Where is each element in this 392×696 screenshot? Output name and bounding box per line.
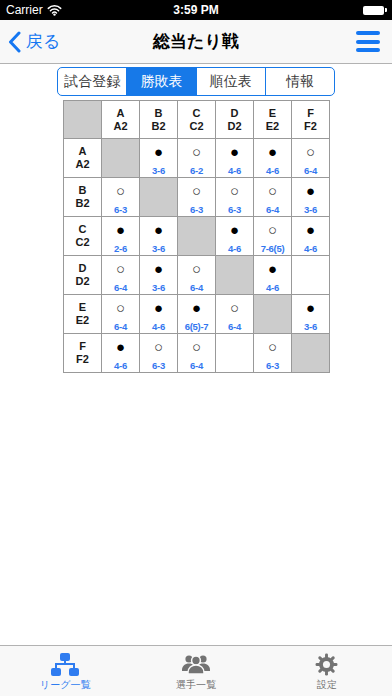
match-score: 6(5)-7 [178, 321, 215, 332]
cell-D-D-diagonal [216, 256, 254, 295]
row-header-A: AA2 [64, 139, 102, 178]
cell-F-F-diagonal [292, 334, 330, 373]
match-score: 4-6 [254, 165, 291, 176]
match-score: 6-4 [102, 321, 139, 332]
win-circle-icon: ○ [254, 338, 291, 355]
cell-A-D[interactable]: ●4-6 [216, 139, 254, 178]
loss-circle-icon: ● [102, 221, 139, 238]
win-circle-icon: ○ [178, 182, 215, 199]
win-circle-icon: ○ [178, 338, 215, 355]
back-button-label: 戻る [26, 30, 60, 53]
cell-B-E[interactable]: ○6-4 [254, 178, 292, 217]
cell-D-F-unplayed[interactable] [292, 256, 330, 295]
win-circle-icon: ○ [102, 260, 139, 277]
loss-circle-icon: ● [140, 221, 177, 238]
match-score: 6-3 [102, 204, 139, 215]
cell-C-A[interactable]: ●2-6 [102, 217, 140, 256]
segment-tab-2[interactable]: 勝敗表 [126, 68, 195, 95]
win-circle-icon: ○ [254, 221, 291, 238]
cell-D-A[interactable]: ○6-4 [102, 256, 140, 295]
tab-bar: リーグ一覧 選手一覧 [0, 645, 392, 696]
cell-A-F[interactable]: ○6-4 [292, 139, 330, 178]
match-score: 6-4 [102, 282, 139, 293]
col-header-B: BB2 [140, 101, 178, 139]
win-circle-icon: ○ [216, 182, 253, 199]
cell-D-E[interactable]: ●4-6 [254, 256, 292, 295]
match-score: 3-6 [292, 204, 329, 215]
league-list-icon [51, 651, 79, 677]
cell-C-E[interactable]: ○7-6(5) [254, 217, 292, 256]
match-score: 3-6 [140, 243, 177, 254]
win-circle-icon: ○ [254, 182, 291, 199]
loss-circle-icon: ● [178, 299, 215, 316]
back-button[interactable]: 戻る [8, 20, 60, 63]
row-header-E: EE2 [64, 295, 102, 334]
cell-B-F[interactable]: ●3-6 [292, 178, 330, 217]
row-header-F: FF2 [64, 334, 102, 373]
cell-E-D[interactable]: ○6-4 [216, 295, 254, 334]
col-header-F: FF2 [292, 101, 330, 139]
segment-tab-3[interactable]: 順位表 [196, 68, 265, 95]
cell-C-F[interactable]: ●4-6 [292, 217, 330, 256]
cell-F-A[interactable]: ●4-6 [102, 334, 140, 373]
match-score: 2-6 [102, 243, 139, 254]
match-score: 4-6 [102, 360, 139, 371]
cell-E-B[interactable]: ●4-6 [140, 295, 178, 334]
match-score: 6-4 [292, 165, 329, 176]
battery-icon [363, 0, 387, 20]
cell-B-D[interactable]: ○6-3 [216, 178, 254, 217]
loss-circle-icon: ● [140, 260, 177, 277]
col-header-D: DD2 [216, 101, 254, 139]
match-score: 7-6(5) [254, 243, 291, 254]
segment-tab-4[interactable]: 情報 [265, 68, 334, 95]
status-bar: Carrier 3:59 PM [0, 0, 392, 20]
match-score: 6-3 [216, 204, 253, 215]
cell-C-D[interactable]: ●4-6 [216, 217, 254, 256]
loss-circle-icon: ● [140, 299, 177, 316]
loss-circle-icon: ● [254, 143, 291, 160]
match-score: 4-6 [216, 243, 253, 254]
cell-E-E-diagonal [254, 295, 292, 334]
loss-circle-icon: ● [292, 221, 329, 238]
col-header-C: CC2 [178, 101, 216, 139]
row-header-D: DD2 [64, 256, 102, 295]
cell-F-B[interactable]: ○6-3 [140, 334, 178, 373]
match-score: 4-6 [254, 282, 291, 293]
match-score: 6-3 [140, 360, 177, 371]
row-header-B: BB2 [64, 178, 102, 217]
win-circle-icon: ○ [178, 143, 215, 160]
tab-label: リーグ一覧 [40, 678, 90, 692]
app-screen: Carrier 3:59 PM 総当たり戦 戻る [0, 0, 392, 696]
win-circle-icon: ○ [102, 182, 139, 199]
loss-circle-icon: ● [216, 143, 253, 160]
cell-A-C[interactable]: ○6-2 [178, 139, 216, 178]
cell-C-B[interactable]: ●3-6 [140, 217, 178, 256]
loss-circle-icon: ● [140, 143, 177, 160]
match-score: 6-4 [254, 204, 291, 215]
tab-label: 設定 [317, 678, 337, 692]
win-circle-icon: ○ [178, 260, 215, 277]
match-score: 6-4 [216, 321, 253, 332]
col-header-A: AA2 [102, 101, 140, 139]
hamburger-menu-icon[interactable] [356, 31, 380, 52]
cell-A-E[interactable]: ●4-6 [254, 139, 292, 178]
tab-player-list[interactable]: 選手一覧 [131, 646, 262, 696]
cell-F-D-unplayed[interactable] [216, 334, 254, 373]
match-score: 6-3 [254, 360, 291, 371]
cell-E-F[interactable]: ●3-6 [292, 295, 330, 334]
match-score: 4-6 [140, 321, 177, 332]
players-icon [180, 651, 212, 677]
segment-tab-1[interactable]: 試合登録 [58, 68, 126, 95]
match-score: 6-2 [178, 165, 215, 176]
clock: 3:59 PM [0, 3, 392, 17]
cell-A-A-diagonal [102, 139, 140, 178]
cell-C-C-diagonal [178, 217, 216, 256]
match-score: 4-6 [216, 165, 253, 176]
win-circle-icon: ○ [140, 338, 177, 355]
chevron-left-icon [8, 31, 21, 53]
match-score: 3-6 [292, 321, 329, 332]
win-loss-table: AA2BB2CC2DD2EE2FF2AA2●3-6○6-2●4-6●4-6○6-… [63, 100, 330, 373]
match-score: 6-3 [178, 204, 215, 215]
cell-F-C[interactable]: ○6-4 [178, 334, 216, 373]
cell-D-C[interactable]: ○6-4 [178, 256, 216, 295]
cell-F-E[interactable]: ○6-3 [254, 334, 292, 373]
match-score: 3-6 [140, 165, 177, 176]
cell-B-B-diagonal [140, 178, 178, 217]
loss-circle-icon: ● [254, 260, 291, 277]
cell-B-C[interactable]: ○6-3 [178, 178, 216, 217]
cell-E-C[interactable]: ●6(5)-7 [178, 295, 216, 334]
table-corner-cell [64, 101, 102, 139]
loss-circle-icon: ● [216, 221, 253, 238]
segmented-control: 試合登録勝敗表順位表情報 [57, 67, 335, 96]
tab-league-list[interactable]: リーグ一覧 [0, 646, 131, 696]
win-circle-icon: ○ [216, 299, 253, 316]
match-score: 4-6 [292, 243, 329, 254]
cell-D-B[interactable]: ●3-6 [140, 256, 178, 295]
gear-icon [314, 651, 339, 677]
loss-circle-icon: ● [102, 338, 139, 355]
cell-E-A[interactable]: ○6-4 [102, 295, 140, 334]
row-header-C: CC2 [64, 217, 102, 256]
loss-circle-icon: ● [292, 182, 329, 199]
cell-A-B[interactable]: ●3-6 [140, 139, 178, 178]
win-circle-icon: ○ [102, 299, 139, 316]
nav-bar: 総当たり戦 戻る [0, 20, 392, 64]
win-circle-icon: ○ [292, 143, 329, 160]
tab-settings[interactable]: 設定 [261, 646, 392, 696]
col-header-E: EE2 [254, 101, 292, 139]
match-score: 3-6 [140, 282, 177, 293]
match-score: 6-4 [178, 360, 215, 371]
cell-B-A[interactable]: ○6-3 [102, 178, 140, 217]
tab-label: 選手一覧 [176, 678, 216, 692]
loss-circle-icon: ● [292, 299, 329, 316]
match-score: 6-4 [178, 282, 215, 293]
